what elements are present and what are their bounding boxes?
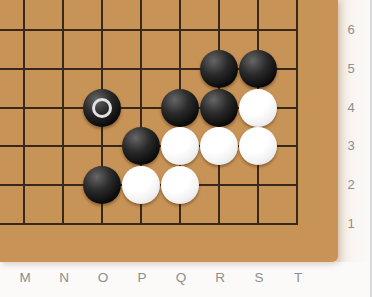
grid-line-vertical-N <box>62 0 64 225</box>
row-label-6: 6 <box>339 21 363 39</box>
white-stone-Q3 <box>161 127 199 165</box>
white-stone-Q2 <box>161 166 199 204</box>
grid-line-horizontal-6 <box>0 29 298 31</box>
column-label-O: O <box>92 269 114 287</box>
white-stone-S4 <box>239 89 277 127</box>
column-label-N: N <box>53 269 75 287</box>
go-app-screen: 654321 MNOPQRST <box>0 0 372 297</box>
black-stone-Q4 <box>161 89 199 127</box>
column-label-Q: Q <box>170 269 192 287</box>
column-label-R: R <box>209 269 231 287</box>
black-stone-R5 <box>200 50 238 88</box>
white-stone-R3 <box>200 127 238 165</box>
row-label-4: 4 <box>339 99 363 117</box>
black-stone-O2 <box>83 166 121 204</box>
black-stone-P3 <box>122 127 160 165</box>
column-label-P: P <box>131 269 153 287</box>
row-label-3: 3 <box>339 137 363 155</box>
row-label-1: 1 <box>339 215 363 233</box>
column-label-S: S <box>248 269 270 287</box>
row-label-5: 5 <box>339 60 363 78</box>
column-label-M: M <box>14 269 36 287</box>
black-stone-S5 <box>239 50 277 88</box>
grid-line-vertical-T <box>296 0 298 225</box>
last-move-marker <box>92 98 112 118</box>
column-label-T: T <box>287 269 309 287</box>
black-stone-O4 <box>83 89 121 127</box>
grid-line-vertical-M <box>23 0 25 225</box>
go-board[interactable] <box>0 0 338 262</box>
row-label-2: 2 <box>339 176 363 194</box>
grid-line-horizontal-1 <box>0 223 298 225</box>
white-stone-S3 <box>239 127 277 165</box>
white-stone-P2 <box>122 166 160 204</box>
black-stone-R4 <box>200 89 238 127</box>
